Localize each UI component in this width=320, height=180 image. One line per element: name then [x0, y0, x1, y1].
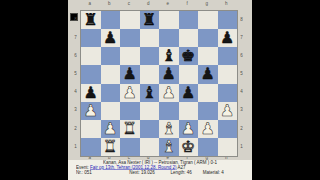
square-e5: ♟: [159, 65, 179, 83]
square-h6: [218, 47, 238, 65]
game-number: Nr.: 051: [76, 170, 128, 175]
white-pawn: ♟: [179, 120, 199, 138]
black-pawn: ♟: [218, 29, 238, 47]
white-pawn: ♟: [120, 84, 140, 102]
rank-label-4: 4: [238, 83, 245, 101]
black-rook: ♜: [81, 11, 101, 29]
black-pawn: ♟: [101, 29, 121, 47]
chess-board: ♜♜♟♟♝♚♟♟♟♟♟♝♟♟♟♟♟♜♝♟♟♜♝♚: [80, 10, 238, 157]
square-d5: [140, 65, 160, 83]
rank-label-5: 5: [238, 64, 245, 82]
square-f3: [179, 102, 199, 120]
square-g6: [198, 47, 218, 65]
rank-label-3: 3: [72, 101, 79, 119]
square-d6: [140, 47, 160, 65]
square-e2: ♝: [159, 120, 179, 138]
square-b8: [101, 11, 121, 29]
square-a1: [81, 138, 101, 156]
square-f1: ♚: [179, 138, 199, 156]
rank-label-8: 8: [72, 10, 79, 28]
square-c1: [120, 138, 140, 156]
square-a8: ♜: [81, 11, 101, 29]
square-a7: [81, 29, 101, 47]
square-g8: [198, 11, 218, 29]
square-b1: ♜: [101, 138, 121, 156]
square-e4: ♟: [159, 84, 179, 102]
black-pawn: ♟: [81, 84, 101, 102]
rank-label-7: 7: [238, 28, 245, 46]
square-d2: [140, 120, 160, 138]
white-bishop: ♝: [159, 138, 179, 156]
square-a2: [81, 120, 101, 138]
square-d1: [140, 138, 160, 156]
rank-label-6: 6: [72, 46, 79, 64]
file-label-h: h: [217, 1, 237, 6]
rank-label-1: 1: [72, 137, 79, 155]
square-d7: [140, 29, 160, 47]
square-f6: ♚: [179, 47, 199, 65]
square-g4: [198, 84, 218, 102]
square-d4: ♝: [140, 84, 160, 102]
black-pawn: ♟: [179, 84, 199, 102]
square-b4: [101, 84, 121, 102]
length-value: Length: 46: [171, 170, 202, 175]
rank-labels-left: 87654321: [72, 10, 79, 155]
white-king: ♚: [179, 138, 199, 156]
file-label-d: d: [139, 1, 159, 6]
square-c3: [120, 102, 140, 120]
square-f2: ♟: [179, 120, 199, 138]
game-caption: Kanan, Asa Nexter ( IRI ) -- Petrosian, …: [68, 160, 252, 180]
white-pawn: ♟: [218, 102, 238, 120]
square-a3: ♟: [81, 102, 101, 120]
black-bishop: ♝: [140, 84, 160, 102]
file-label-b: b: [100, 1, 120, 6]
square-f4: ♟: [179, 84, 199, 102]
rank-label-3: 3: [238, 101, 245, 119]
square-h1: [218, 138, 238, 156]
file-label-a: a: [80, 1, 100, 6]
square-c2: ♜: [120, 120, 140, 138]
rank-label-2: 2: [72, 119, 79, 137]
rank-label-2: 2: [238, 119, 245, 137]
square-a6: [81, 47, 101, 65]
square-f8: [179, 11, 199, 29]
chess-program-panel: abcdefgh abcdefgh 87654321 87654321 ♜♜♟♟…: [68, 0, 252, 180]
square-e6: ♝: [159, 47, 179, 65]
white-bishop: ♝: [159, 120, 179, 138]
square-g5: ♟: [198, 65, 218, 83]
white-pawn: ♟: [159, 84, 179, 102]
black-rook: ♜: [140, 11, 160, 29]
square-g7: [198, 29, 218, 47]
square-d8: ♜: [140, 11, 160, 29]
file-labels-top: abcdefgh: [80, 1, 236, 6]
square-h7: ♟: [218, 29, 238, 47]
square-h4: [218, 84, 238, 102]
square-h2: [218, 120, 238, 138]
rank-label-8: 8: [238, 10, 245, 28]
square-b6: [101, 47, 121, 65]
square-a4: ♟: [81, 84, 101, 102]
square-h3: ♟: [218, 102, 238, 120]
square-e8: [159, 11, 179, 29]
square-e7: [159, 29, 179, 47]
white-pawn: ♟: [101, 120, 121, 138]
black-king: ♚: [179, 47, 199, 65]
next-value: Next: 19.026: [129, 170, 169, 175]
rank-label-1: 1: [238, 137, 245, 155]
square-d3: [140, 102, 160, 120]
square-c5: ♟: [120, 65, 140, 83]
file-label-c: c: [119, 1, 139, 6]
file-label-g: g: [197, 1, 217, 6]
square-b3: [101, 102, 121, 120]
white-rook: ♜: [101, 138, 121, 156]
square-f5: [179, 65, 199, 83]
square-c6: [120, 47, 140, 65]
black-bishop: ♝: [159, 47, 179, 65]
white-rook: ♜: [120, 120, 140, 138]
rank-label-6: 6: [238, 46, 245, 64]
black-pawn: ♟: [159, 65, 179, 83]
rank-label-5: 5: [72, 64, 79, 82]
rank-labels-right: 87654321: [238, 10, 245, 155]
square-a5: [81, 65, 101, 83]
white-pawn: ♟: [198, 120, 218, 138]
square-h8: [218, 11, 238, 29]
square-c8: [120, 11, 140, 29]
square-g2: ♟: [198, 120, 218, 138]
stats-line: Nr.: 051 Next: 19.026 Length: 46 Materia…: [68, 170, 260, 175]
black-pawn: ♟: [198, 65, 218, 83]
square-f7: [179, 29, 199, 47]
square-b2: ♟: [101, 120, 121, 138]
square-b5: [101, 65, 121, 83]
square-e1: ♝: [159, 138, 179, 156]
white-pawn: ♟: [81, 102, 101, 120]
black-pawn: ♟: [120, 65, 140, 83]
square-c4: ♟: [120, 84, 140, 102]
square-g3: [198, 102, 218, 120]
square-c7: [120, 29, 140, 47]
material-value: Material: 4: [203, 170, 224, 175]
square-h5: [218, 65, 238, 83]
square-e3: [159, 102, 179, 120]
square-b7: ♟: [101, 29, 121, 47]
file-label-f: f: [178, 1, 198, 6]
rank-label-4: 4: [72, 83, 79, 101]
rank-label-7: 7: [72, 28, 79, 46]
square-g1: [198, 138, 218, 156]
file-label-e: e: [158, 1, 178, 6]
